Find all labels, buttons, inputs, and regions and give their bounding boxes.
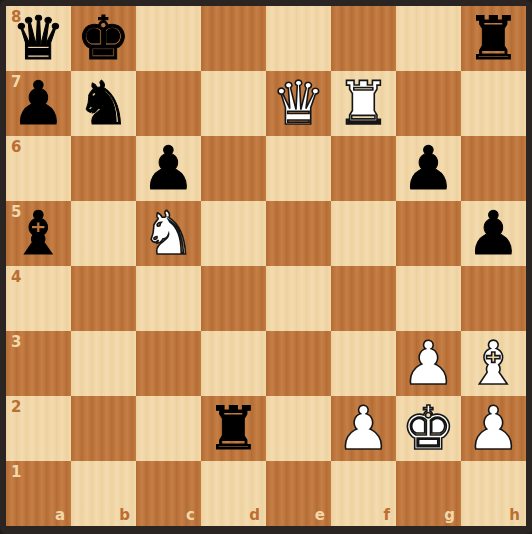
square-a7[interactable]: 7♟	[6, 71, 71, 136]
piece-black-pawn[interactable]: ♟	[136, 136, 201, 201]
piece-black-knight[interactable]: ♞	[71, 71, 136, 136]
square-e4[interactable]	[266, 266, 331, 331]
square-e1[interactable]: e	[266, 461, 331, 526]
square-c8[interactable]	[136, 6, 201, 71]
rank-label-4: 4	[11, 270, 21, 285]
square-g2[interactable]: ♚	[396, 396, 461, 461]
square-e6[interactable]	[266, 136, 331, 201]
piece-white-king[interactable]: ♚	[396, 396, 461, 461]
piece-white-bishop[interactable]: ♝	[461, 331, 526, 396]
square-c7[interactable]	[136, 71, 201, 136]
file-label-d: d	[249, 508, 260, 523]
piece-black-king[interactable]: ♚	[71, 6, 136, 71]
square-g1[interactable]: g	[396, 461, 461, 526]
board-frame: 8♛♚♜7♟♞♛♜6♟♟5♝♞♟43♟♝2♜♟♚♟1abcdefgh	[0, 0, 532, 534]
square-c5[interactable]: ♞	[136, 201, 201, 266]
piece-black-rook[interactable]: ♜	[461, 6, 526, 71]
square-a5[interactable]: 5♝	[6, 201, 71, 266]
square-c1[interactable]: c	[136, 461, 201, 526]
rank-label-2: 2	[11, 400, 21, 415]
square-d2[interactable]: ♜	[201, 396, 266, 461]
square-b1[interactable]: b	[71, 461, 136, 526]
piece-white-rook[interactable]: ♜	[331, 71, 396, 136]
square-d3[interactable]	[201, 331, 266, 396]
rank-label-1: 1	[11, 465, 21, 480]
rank-label-7: 7	[11, 75, 21, 90]
square-f7[interactable]: ♜	[331, 71, 396, 136]
square-b6[interactable]	[71, 136, 136, 201]
piece-black-pawn[interactable]: ♟	[461, 201, 526, 266]
square-h4[interactable]	[461, 266, 526, 331]
square-c2[interactable]	[136, 396, 201, 461]
file-label-a: a	[55, 508, 65, 523]
square-e5[interactable]	[266, 201, 331, 266]
rank-label-5: 5	[11, 205, 21, 220]
square-a8[interactable]: 8♛	[6, 6, 71, 71]
square-f3[interactable]	[331, 331, 396, 396]
file-label-h: h	[509, 508, 520, 523]
piece-black-pawn[interactable]: ♟	[396, 136, 461, 201]
rank-label-6: 6	[11, 140, 21, 155]
square-h5[interactable]: ♟	[461, 201, 526, 266]
square-e3[interactable]	[266, 331, 331, 396]
square-h6[interactable]	[461, 136, 526, 201]
square-g3[interactable]: ♟	[396, 331, 461, 396]
square-g7[interactable]	[396, 71, 461, 136]
square-g5[interactable]	[396, 201, 461, 266]
square-e7[interactable]: ♛	[266, 71, 331, 136]
piece-white-queen[interactable]: ♛	[266, 71, 331, 136]
file-label-g: g	[444, 508, 455, 523]
square-f5[interactable]	[331, 201, 396, 266]
square-d8[interactable]	[201, 6, 266, 71]
square-f2[interactable]: ♟	[331, 396, 396, 461]
file-label-c: c	[186, 508, 195, 523]
piece-white-pawn[interactable]: ♟	[461, 396, 526, 461]
square-h2[interactable]: ♟	[461, 396, 526, 461]
square-h1[interactable]: h	[461, 461, 526, 526]
square-d6[interactable]	[201, 136, 266, 201]
square-c4[interactable]	[136, 266, 201, 331]
square-c3[interactable]	[136, 331, 201, 396]
square-g4[interactable]	[396, 266, 461, 331]
square-a6[interactable]: 6	[6, 136, 71, 201]
square-f1[interactable]: f	[331, 461, 396, 526]
square-e8[interactable]	[266, 6, 331, 71]
square-a1[interactable]: 1a	[6, 461, 71, 526]
square-c6[interactable]: ♟	[136, 136, 201, 201]
square-f4[interactable]	[331, 266, 396, 331]
square-f6[interactable]	[331, 136, 396, 201]
square-d4[interactable]	[201, 266, 266, 331]
square-b7[interactable]: ♞	[71, 71, 136, 136]
square-h3[interactable]: ♝	[461, 331, 526, 396]
square-a4[interactable]: 4	[6, 266, 71, 331]
square-h8[interactable]: ♜	[461, 6, 526, 71]
piece-black-rook[interactable]: ♜	[201, 396, 266, 461]
piece-white-pawn[interactable]: ♟	[396, 331, 461, 396]
square-b3[interactable]	[71, 331, 136, 396]
square-b8[interactable]: ♚	[71, 6, 136, 71]
piece-white-knight[interactable]: ♞	[136, 201, 201, 266]
square-f8[interactable]	[331, 6, 396, 71]
square-b2[interactable]	[71, 396, 136, 461]
rank-label-3: 3	[11, 335, 21, 350]
file-label-f: f	[383, 508, 390, 523]
square-b4[interactable]	[71, 266, 136, 331]
square-b5[interactable]	[71, 201, 136, 266]
square-d5[interactable]	[201, 201, 266, 266]
square-d7[interactable]	[201, 71, 266, 136]
file-label-e: e	[315, 508, 325, 523]
chess-board: 8♛♚♜7♟♞♛♜6♟♟5♝♞♟43♟♝2♜♟♚♟1abcdefgh	[6, 6, 526, 526]
piece-white-pawn[interactable]: ♟	[331, 396, 396, 461]
rank-label-8: 8	[11, 10, 21, 25]
square-h7[interactable]	[461, 71, 526, 136]
square-g6[interactable]: ♟	[396, 136, 461, 201]
square-a3[interactable]: 3	[6, 331, 71, 396]
square-g8[interactable]	[396, 6, 461, 71]
file-label-b: b	[119, 508, 130, 523]
square-a2[interactable]: 2	[6, 396, 71, 461]
square-e2[interactable]	[266, 396, 331, 461]
square-d1[interactable]: d	[201, 461, 266, 526]
